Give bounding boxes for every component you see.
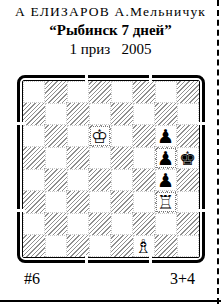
black-king: ♚ — [179, 147, 196, 169]
square-b8 — [45, 81, 67, 103]
square-h3 — [177, 191, 199, 213]
square-e1 — [111, 235, 133, 257]
square-b3 — [45, 191, 67, 213]
square-c6 — [67, 125, 89, 147]
square-c7 — [67, 103, 89, 125]
white-king: ♔ — [91, 125, 108, 147]
black-pawn: ♟ — [157, 147, 174, 169]
square-a5 — [23, 147, 45, 169]
footer: #6 3+4 — [0, 263, 221, 289]
square-a4 — [23, 169, 45, 191]
square-g6: ♟ — [155, 125, 177, 147]
problem-card: А ЕЛИЗАРОВ А.Мельничук “Рыбинск 7 дней” … — [0, 0, 221, 304]
square-b2 — [45, 213, 67, 235]
stipulation-label: #6 — [24, 269, 40, 289]
square-g8 — [155, 81, 177, 103]
square-h7 — [177, 103, 199, 125]
square-e8 — [111, 81, 133, 103]
square-f6 — [133, 125, 155, 147]
square-g4: ♟ — [155, 169, 177, 191]
square-e6 — [111, 125, 133, 147]
square-d5 — [89, 147, 111, 169]
square-f3 — [133, 191, 155, 213]
square-h8 — [177, 81, 199, 103]
square-f2 — [133, 213, 155, 235]
square-f1: ♗ — [133, 235, 155, 257]
square-d3 — [89, 191, 111, 213]
square-d4 — [89, 169, 111, 191]
square-c2 — [67, 213, 89, 235]
square-c1 — [67, 235, 89, 257]
square-a7 — [23, 103, 45, 125]
page-bottom-rule — [0, 300, 221, 302]
frame-notch — [197, 122, 205, 125]
source-line: “Рыбинск 7 дней” — [0, 21, 221, 40]
white-rook: ♖ — [157, 191, 174, 213]
square-f7 — [133, 103, 155, 125]
square-f8 — [133, 81, 155, 103]
authors-line: А ЕЛИЗАРОВ А.Мельничук — [0, 3, 221, 21]
square-a3 — [23, 191, 45, 213]
material-count-label: 3+4 — [170, 269, 195, 289]
square-a2 — [23, 213, 45, 235]
square-d8 — [89, 81, 111, 103]
black-pawn: ♟ — [157, 169, 174, 191]
square-b6 — [45, 125, 67, 147]
square-a8 — [23, 81, 45, 103]
square-e7 — [111, 103, 133, 125]
square-e4 — [111, 169, 133, 191]
frame-notch — [85, 255, 88, 263]
square-d7 — [89, 103, 111, 125]
square-f4 — [133, 169, 155, 191]
square-a1 — [23, 235, 45, 257]
square-g7 — [155, 103, 177, 125]
board-frame: ♔♟♟♚♟♖♗ — [17, 75, 205, 263]
square-g5: ♟ — [155, 147, 177, 169]
chess-board: ♔♟♟♚♟♖♗ — [23, 81, 199, 257]
square-c5 — [67, 147, 89, 169]
square-g2 — [155, 213, 177, 235]
square-a6 — [23, 125, 45, 147]
square-e2 — [111, 213, 133, 235]
square-d1 — [89, 235, 111, 257]
square-c3 — [67, 191, 89, 213]
board-inner-border: ♔♟♟♚♟♖♗ — [22, 80, 200, 258]
square-f5 — [133, 147, 155, 169]
white-bishop: ♗ — [135, 235, 152, 257]
square-g3: ♖ — [155, 191, 177, 213]
frame-notch — [85, 75, 88, 83]
square-h4 — [177, 169, 199, 191]
frame-notch — [17, 209, 25, 212]
frame-notch — [17, 122, 25, 125]
frame-notch — [149, 255, 152, 263]
square-d2 — [89, 213, 111, 235]
frame-notch — [149, 75, 152, 83]
square-e3 — [111, 191, 133, 213]
square-b7 — [45, 103, 67, 125]
frame-notch — [197, 209, 205, 212]
square-g1 — [155, 235, 177, 257]
square-h5: ♚ — [177, 147, 199, 169]
header: А ЕЛИЗАРОВ А.Мельничук “Рыбинск 7 дней” … — [0, 0, 221, 59]
award-line: 1 приз 2005 — [0, 40, 221, 59]
square-e5 — [111, 147, 133, 169]
square-h6 — [177, 125, 199, 147]
square-b1 — [45, 235, 67, 257]
black-pawn: ♟ — [157, 125, 174, 147]
square-h2 — [177, 213, 199, 235]
square-b4 — [45, 169, 67, 191]
square-d6: ♔ — [89, 125, 111, 147]
board-area: ♔♟♟♚♟♖♗ — [17, 75, 205, 263]
square-b5 — [45, 147, 67, 169]
square-h1 — [177, 235, 199, 257]
square-c8 — [67, 81, 89, 103]
square-c4 — [67, 169, 89, 191]
cut-line-right — [217, 0, 219, 304]
